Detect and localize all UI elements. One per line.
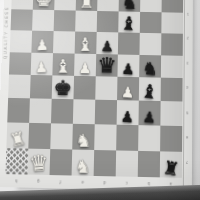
piece-black-knight-c1[interactable]: ♞ xyxy=(119,0,141,12)
square-h2[interactable] xyxy=(11,9,33,30)
square-g3[interactable]: ♟ xyxy=(31,31,53,54)
white-pawn-glyph: ♟ xyxy=(78,61,92,76)
piece-black-rook-a8[interactable]: ♜ xyxy=(160,159,182,177)
rank-label-1: 1 xyxy=(184,0,192,17)
piece-white-pawn-e4[interactable]: ♟ xyxy=(74,60,96,76)
square-a1[interactable] xyxy=(162,0,184,13)
square-e6[interactable] xyxy=(73,99,95,124)
square-e1[interactable]: ♜ xyxy=(76,0,98,11)
square-e2[interactable] xyxy=(75,11,97,32)
board-brand-text: QUALITY CHESS xyxy=(3,6,10,59)
piece-black-king-f5[interactable]: ♚ xyxy=(52,78,74,99)
square-c6[interactable]: ♟ xyxy=(117,100,139,125)
square-f8[interactable] xyxy=(50,149,73,175)
piece-black-pawn-c4[interactable]: ♟ xyxy=(117,61,139,77)
piece-white-bishop-f4[interactable]: ♝ xyxy=(52,57,74,76)
file-label-h: h xyxy=(5,178,27,183)
square-d1[interactable] xyxy=(97,0,119,11)
black-knight-glyph: ♞ xyxy=(141,59,158,78)
black-bishop-glyph: ♝ xyxy=(140,81,159,101)
square-f1[interactable] xyxy=(54,0,76,11)
white-knight-glyph: ♞ xyxy=(75,158,92,176)
square-f3[interactable] xyxy=(53,31,75,54)
square-h7[interactable]: ♜ xyxy=(6,122,29,148)
square-c1[interactable]: ♞ xyxy=(119,0,141,12)
square-e4[interactable]: ♟ xyxy=(74,54,96,77)
chessboard: QUALITY CHESS ♚♜♞♝♟♝♟♟♝♟♛♟♞♚♟♝♟♟♜♞♛♞♜ hg… xyxy=(0,0,195,191)
piece-white-rook-e1[interactable]: ♜ xyxy=(76,0,98,11)
square-a4[interactable] xyxy=(161,55,183,78)
rank-label-6: 6 xyxy=(183,115,191,140)
white-bishop-glyph: ♝ xyxy=(77,35,94,53)
square-e5[interactable] xyxy=(73,76,95,100)
piece-white-queen-g8[interactable]: ♛ xyxy=(27,153,50,175)
file-label-e: e xyxy=(71,180,93,185)
square-a7[interactable] xyxy=(160,126,182,152)
square-d8[interactable] xyxy=(94,150,117,176)
square-g6[interactable] xyxy=(29,98,52,123)
square-f2[interactable] xyxy=(54,10,76,31)
white-rook-glyph: ♜ xyxy=(8,129,28,150)
rank-label-4: 4 xyxy=(183,66,191,91)
square-b6[interactable]: ♟ xyxy=(138,101,160,126)
rank-label-2: 2 xyxy=(184,17,192,41)
black-bishop-glyph: ♝ xyxy=(120,14,138,33)
file-label-c: c xyxy=(116,180,138,185)
black-knight-glyph: ♞ xyxy=(121,0,137,12)
piece-black-pawn-b6[interactable]: ♟ xyxy=(138,109,160,125)
piece-black-queen-d4[interactable]: ♛ xyxy=(96,55,118,77)
board-grid: ♚♜♞♝♟♝♟♟♝♟♛♟♞♚♟♝♟♟♜♞♛♞♜ xyxy=(5,0,183,178)
square-c4[interactable]: ♟ xyxy=(117,54,139,77)
black-rook-glyph: ♜ xyxy=(161,158,180,179)
square-g7[interactable] xyxy=(28,123,51,149)
rank-label-3: 3 xyxy=(184,41,192,66)
square-e8[interactable]: ♞ xyxy=(72,150,95,176)
square-a2[interactable] xyxy=(161,12,183,33)
square-b4[interactable]: ♞ xyxy=(139,55,161,78)
black-pawn-glyph: ♟ xyxy=(100,40,113,55)
white-knight-glyph: ♞ xyxy=(75,132,91,150)
piece-white-pawn-g3[interactable]: ♟ xyxy=(31,37,53,53)
square-b8[interactable] xyxy=(138,151,160,177)
piece-white-rook-h7[interactable]: ♜ xyxy=(6,130,29,148)
square-c8[interactable] xyxy=(116,150,138,176)
white-queen-glyph: ♛ xyxy=(28,152,49,175)
board-photo: QUALITY CHESS ♚♜♞♝♟♝♟♟♝♟♛♟♞♚♟♝♟♟♜♞♛♞♜ hg… xyxy=(0,0,200,200)
white-rook-glyph: ♜ xyxy=(79,0,95,11)
square-g8[interactable]: ♛ xyxy=(27,149,50,175)
square-f4[interactable]: ♝ xyxy=(52,53,74,76)
piece-white-pawn-c5[interactable]: ♟ xyxy=(117,85,139,101)
square-d3[interactable]: ♟ xyxy=(96,32,118,55)
black-king-glyph: ♚ xyxy=(53,78,72,99)
white-king-glyph: ♚ xyxy=(34,0,53,10)
square-h8[interactable] xyxy=(5,148,28,174)
white-pawn-glyph: ♟ xyxy=(36,38,50,53)
square-g5[interactable] xyxy=(30,75,52,99)
square-c7[interactable] xyxy=(116,125,138,151)
white-bishop-glyph: ♝ xyxy=(55,57,72,76)
square-h6[interactable] xyxy=(7,98,30,123)
piece-white-knight-e7[interactable]: ♞ xyxy=(72,132,94,150)
piece-black-bishop-c2[interactable]: ♝ xyxy=(118,14,140,33)
square-f5[interactable]: ♚ xyxy=(52,75,74,99)
square-h4[interactable] xyxy=(9,52,31,75)
piece-black-bishop-b5[interactable]: ♝ xyxy=(139,82,161,101)
square-a5[interactable] xyxy=(161,78,183,102)
square-a6[interactable] xyxy=(160,101,182,126)
piece-white-bishop-e3[interactable]: ♝ xyxy=(75,35,97,54)
black-pawn-glyph: ♟ xyxy=(121,62,135,77)
file-label-d: d xyxy=(93,180,115,185)
square-b1[interactable] xyxy=(140,0,162,12)
square-h5[interactable] xyxy=(8,75,31,99)
rank-label-5: 5 xyxy=(183,90,191,115)
black-pawn-glyph: ♟ xyxy=(142,110,157,126)
file-label-g: g xyxy=(27,179,49,184)
piece-black-knight-b4[interactable]: ♞ xyxy=(139,60,161,78)
file-label-f: f xyxy=(49,179,71,184)
square-b3[interactable] xyxy=(139,33,161,56)
square-c5[interactable]: ♟ xyxy=(117,77,139,101)
square-a8[interactable]: ♜ xyxy=(160,151,182,177)
square-h3[interactable] xyxy=(10,30,32,53)
square-a3[interactable] xyxy=(161,33,183,56)
white-pawn-glyph: ♟ xyxy=(35,60,49,75)
black-queen-glyph: ♛ xyxy=(97,55,117,77)
square-b5[interactable]: ♝ xyxy=(139,77,161,101)
piece-white-king-g1[interactable]: ♚ xyxy=(33,0,55,10)
square-c3[interactable] xyxy=(118,32,140,55)
square-h1[interactable] xyxy=(11,0,33,10)
square-e7[interactable]: ♞ xyxy=(72,124,95,150)
piece-white-pawn-g4[interactable]: ♟ xyxy=(31,59,53,75)
board-margin: QUALITY CHESS ♚♜♞♝♟♝♟♟♝♟♛♟♞♚♟♝♟♟♜♞♛♞♜ hg… xyxy=(5,0,183,191)
square-b7[interactable] xyxy=(138,125,160,151)
square-f6[interactable] xyxy=(51,99,73,124)
square-d6[interactable] xyxy=(95,100,117,125)
square-g4[interactable]: ♟ xyxy=(31,53,53,76)
piece-black-pawn-d3[interactable]: ♟ xyxy=(96,39,118,55)
white-pawn-glyph: ♟ xyxy=(121,85,135,100)
square-e3[interactable]: ♝ xyxy=(75,32,97,55)
square-d5[interactable] xyxy=(95,76,117,100)
square-d2[interactable] xyxy=(97,11,119,32)
square-d7[interactable] xyxy=(94,124,116,150)
black-pawn-glyph: ♟ xyxy=(121,110,135,125)
piece-white-knight-e8[interactable]: ♞ xyxy=(72,158,94,176)
piece-black-pawn-c6[interactable]: ♟ xyxy=(117,109,139,125)
square-g1[interactable]: ♚ xyxy=(33,0,55,10)
square-d4[interactable]: ♛ xyxy=(96,54,118,77)
rank-label-7: 7 xyxy=(183,140,191,165)
square-g2[interactable] xyxy=(32,10,54,31)
square-c2[interactable]: ♝ xyxy=(118,11,140,32)
square-b2[interactable] xyxy=(140,12,162,33)
square-f7[interactable] xyxy=(50,123,73,149)
